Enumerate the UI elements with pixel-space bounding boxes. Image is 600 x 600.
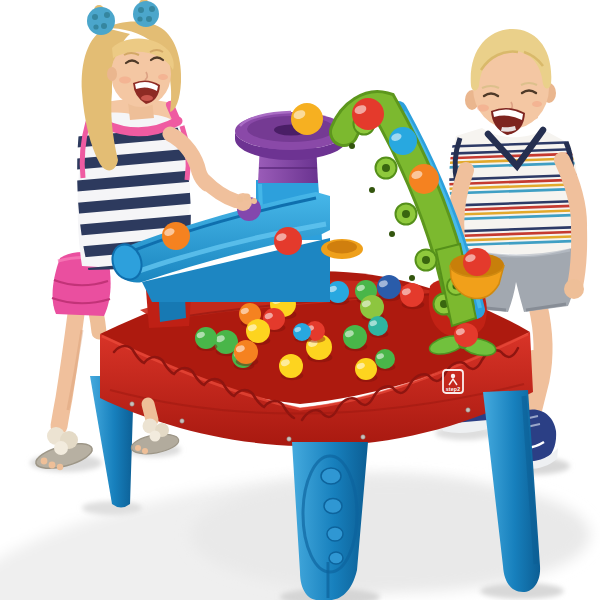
ball-blue (293, 323, 311, 341)
ball-green (195, 327, 217, 349)
girl-finger (244, 194, 251, 201)
ball-navy (377, 275, 401, 299)
rivet (361, 435, 365, 439)
rivet (466, 408, 470, 412)
rivet (130, 402, 134, 406)
brand-logo-text: step2 (446, 386, 461, 392)
ball-yellow (279, 354, 303, 378)
ball-red (463, 248, 491, 276)
girl-forearm-skin (204, 180, 236, 201)
girl-blush (119, 77, 131, 84)
sandal-pom (150, 431, 161, 442)
leg-bump (327, 527, 343, 541)
girl-right-ankle (148, 404, 152, 420)
ball-blue (327, 281, 349, 303)
toe (49, 462, 56, 469)
leaf-ball (454, 323, 478, 347)
ball-orange (409, 164, 439, 194)
girl-scrunchie-right (133, 1, 159, 27)
ball-green (375, 349, 395, 369)
ball-red (274, 227, 302, 255)
ball-red (454, 323, 478, 347)
ball-red (352, 98, 384, 130)
ball-lime (360, 295, 384, 319)
girl-forearm (204, 180, 257, 211)
ball-blue (389, 127, 417, 155)
ball-green (343, 325, 367, 349)
girl-finger (251, 198, 257, 204)
ball-red (400, 283, 424, 307)
rivet (180, 419, 184, 423)
toe (57, 464, 63, 470)
girl-scrunchie-left (87, 7, 115, 35)
toe (142, 448, 148, 454)
boy-blush (532, 101, 542, 107)
toe (135, 445, 141, 451)
leg-bump (324, 499, 342, 514)
yellow-catch-bowl-inner (327, 241, 357, 254)
girl-tongue (141, 95, 153, 101)
girl-ear (107, 67, 117, 81)
brand-logo-figure (451, 374, 455, 378)
product-photo: step2 (0, 0, 600, 600)
ball-orange (234, 340, 258, 364)
leg-bump (321, 468, 341, 484)
boy-left-hand (564, 279, 584, 299)
ball-teal (368, 316, 388, 336)
girl-blush (158, 74, 168, 80)
ball-orange (162, 222, 190, 250)
boy-blush (477, 105, 489, 112)
ball-amber (291, 103, 323, 135)
funnel-ball (463, 248, 491, 276)
girl-finger (237, 196, 244, 203)
ball-yellow (355, 358, 377, 380)
scene-illustration: step2 (0, 0, 600, 600)
boy-left-leg (532, 306, 543, 412)
boy-head (465, 29, 556, 135)
rivet (287, 437, 291, 441)
sandal-pom (54, 441, 68, 455)
tower-ball (291, 103, 323, 135)
toe (41, 458, 48, 465)
leg-bump (329, 552, 343, 564)
ball-yellow (246, 319, 270, 343)
